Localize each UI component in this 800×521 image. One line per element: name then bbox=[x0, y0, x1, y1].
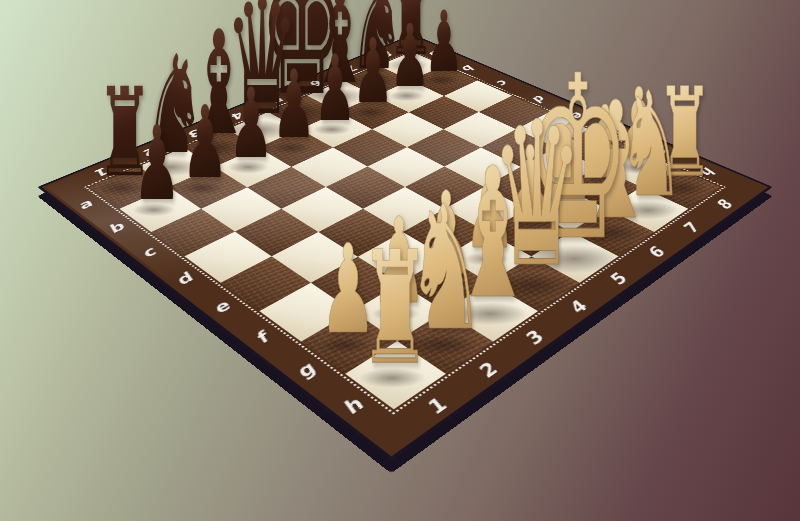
chess-board: aabbccddeeffgghh1122334455667788 bbox=[37, 34, 772, 461]
coord-file-c-near: c bbox=[111, 232, 185, 273]
coord-rank-6-near: 6 bbox=[619, 232, 692, 273]
coord-file-a-near: a bbox=[49, 187, 119, 223]
coord-file-b-near: b bbox=[79, 209, 151, 247]
photo-backdrop: aabbccddeeffgghh1122334455667788 ♜♟♟♜♞♟♟… bbox=[0, 0, 800, 521]
coord-rank-8-near: 8 bbox=[689, 187, 758, 223]
board-squares bbox=[90, 52, 721, 410]
coord-rank-7-near: 7 bbox=[655, 209, 726, 247]
board-border-frame: aabbccddeeffgghh1122334455667788 bbox=[37, 34, 772, 461]
